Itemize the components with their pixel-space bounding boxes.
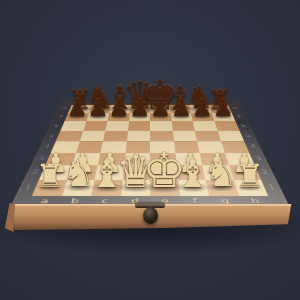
- rank-label-r-8: 8: [228, 105, 243, 113]
- square-d4: [125, 141, 150, 153]
- square-d3: [124, 153, 150, 166]
- square-b3: [72, 153, 101, 166]
- square-e6: [150, 121, 172, 130]
- rank-label-r-7: 7: [232, 113, 248, 122]
- square-e4: [150, 141, 175, 153]
- square-b2: [67, 165, 98, 179]
- square-b5: [80, 131, 106, 141]
- square-c3: [98, 153, 126, 166]
- chess-board: 87654321 87654321 abcdefgh: [11, 101, 289, 206]
- square-c5: [103, 131, 128, 141]
- square-f5: [172, 131, 197, 141]
- square-c7: [107, 113, 129, 122]
- square-d8: [130, 105, 150, 113]
- square-c4: [100, 141, 126, 153]
- square-c6: [105, 121, 128, 130]
- square-e7: [150, 113, 171, 122]
- square-b4: [76, 141, 103, 153]
- square-e1: [150, 180, 179, 196]
- square-f7: [170, 113, 192, 122]
- square-b7: [86, 113, 109, 122]
- clasp-knob-icon: [143, 207, 158, 224]
- square-g6: [193, 121, 217, 130]
- board-squares: [32, 105, 268, 196]
- square-d2: [122, 165, 150, 179]
- square-f6: [171, 121, 194, 130]
- square-g7: [191, 113, 214, 122]
- square-e5: [150, 131, 174, 141]
- square-f8: [170, 105, 191, 113]
- square-f2: [176, 165, 205, 179]
- square-g8: [189, 105, 211, 113]
- square-d5: [127, 131, 151, 141]
- square-b6: [83, 121, 107, 130]
- product-photo-scene: 87654321 87654321 abcdefgh ♜♞♝♛♚♝♞♜♟♟♟♟♟…: [0, 0, 300, 300]
- square-c8: [109, 105, 130, 113]
- square-e8: [150, 105, 170, 113]
- square-d6: [128, 121, 150, 130]
- square-e2: [150, 165, 178, 179]
- square-f3: [175, 153, 203, 166]
- square-d1: [121, 180, 150, 196]
- square-d7: [129, 113, 150, 122]
- square-c1: [91, 180, 122, 196]
- square-e3: [150, 153, 176, 166]
- square-f1: [178, 180, 209, 196]
- square-b8: [89, 105, 111, 113]
- clasp: [135, 201, 165, 224]
- square-f4: [174, 141, 200, 153]
- square-c2: [95, 165, 124, 179]
- square-b1: [62, 180, 95, 196]
